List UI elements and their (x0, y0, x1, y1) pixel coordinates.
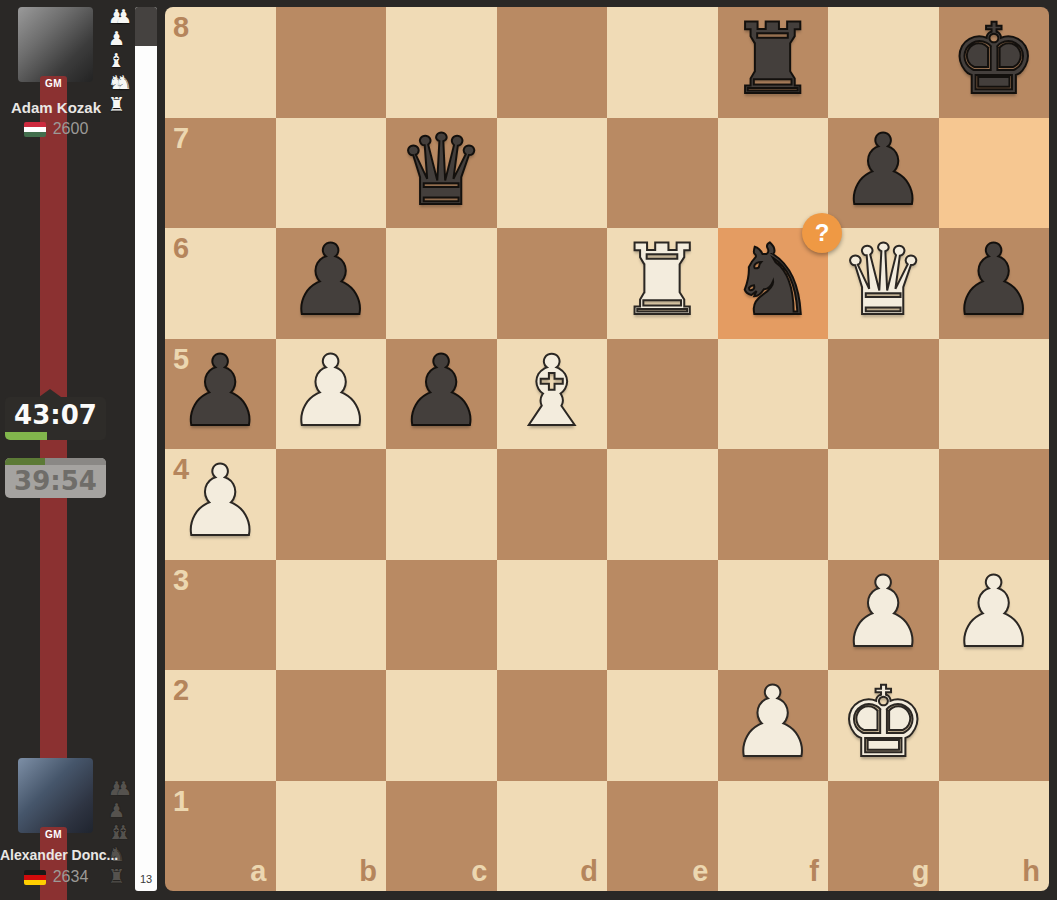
square-e6[interactable]: ♜ (607, 228, 718, 339)
square-a5[interactable]: 5♟ (165, 339, 276, 450)
piece-white-bishop[interactable]: ♝ (508, 342, 596, 440)
square-e1[interactable]: e (607, 781, 718, 892)
piece-black-pawn[interactable]: ♟ (839, 121, 927, 219)
captured-pawn-x2: ♟♟ (108, 778, 132, 799)
square-g3[interactable]: ♟ (828, 560, 939, 671)
square-a4[interactable]: 4♟ (165, 449, 276, 560)
piece-white-pawn[interactable]: ♟ (287, 342, 375, 440)
square-c7[interactable]: ♛ (386, 118, 497, 229)
eval-score: 13 (135, 873, 157, 885)
square-e5[interactable] (607, 339, 718, 450)
clock-progress-top (5, 432, 106, 440)
chess-board: 8♜♚7♛♟6♟♜♞♛♟5♟♟♟♝4♟3♟♟2♟♚1abcdefgh (165, 7, 1049, 891)
square-h5[interactable] (939, 339, 1050, 450)
player-rating-bottom: 2634 (53, 868, 89, 886)
square-c4[interactable] (386, 449, 497, 560)
square-f7[interactable] (718, 118, 829, 229)
square-f8[interactable]: ♜ (718, 7, 829, 118)
square-g4[interactable] (828, 449, 939, 560)
piece-black-pawn[interactable]: ♟ (287, 231, 375, 329)
square-f2[interactable]: ♟ (718, 670, 829, 781)
square-c6[interactable] (386, 228, 497, 339)
clock-top: 43:07 (5, 397, 106, 440)
square-f1[interactable]: f (718, 781, 829, 892)
square-c3[interactable] (386, 560, 497, 671)
square-h6[interactable]: ♟ (939, 228, 1050, 339)
piece-black-knight[interactable]: ♞ (729, 231, 817, 329)
coord-file-h: h (1022, 857, 1040, 886)
square-b5[interactable]: ♟ (276, 339, 387, 450)
square-b1[interactable]: b (276, 781, 387, 892)
square-h3[interactable]: ♟ (939, 560, 1050, 671)
clock-time-bottom: 39:54 (14, 466, 97, 496)
coord-rank-6: 6 (173, 234, 189, 263)
square-h1[interactable]: h (939, 781, 1050, 892)
player-name-bottom[interactable]: Alexander Donc... (0, 847, 112, 863)
square-d3[interactable] (497, 560, 608, 671)
square-b2[interactable] (276, 670, 387, 781)
piece-white-queen[interactable]: ♛ (839, 231, 927, 329)
square-h2[interactable] (939, 670, 1050, 781)
square-b6[interactable]: ♟ (276, 228, 387, 339)
hungary-flag-icon (24, 122, 46, 137)
square-d8[interactable] (497, 7, 608, 118)
captured-rook-x1: ♜ (108, 94, 132, 115)
eval-bar: 13 (135, 7, 157, 891)
square-f4[interactable] (718, 449, 829, 560)
square-e3[interactable] (607, 560, 718, 671)
square-e4[interactable] (607, 449, 718, 560)
square-c8[interactable] (386, 7, 497, 118)
eval-bar-black-portion (135, 7, 157, 46)
coord-rank-7: 7 (173, 124, 189, 153)
square-b8[interactable] (276, 7, 387, 118)
square-g8[interactable] (828, 7, 939, 118)
square-f3[interactable] (718, 560, 829, 671)
square-a7[interactable]: 7 (165, 118, 276, 229)
clock-active-notch (39, 389, 61, 397)
square-d4[interactable] (497, 449, 608, 560)
coord-file-g: g (912, 857, 930, 886)
coord-file-a: a (250, 857, 266, 886)
piece-black-king[interactable]: ♚ (950, 10, 1038, 108)
piece-white-pawn[interactable]: ♟ (729, 673, 817, 771)
piece-white-rook[interactable]: ♜ (618, 231, 706, 329)
square-d6[interactable] (497, 228, 608, 339)
captured-tray-top: ♟♟♟♝♞♞♜ (108, 6, 132, 115)
square-a8[interactable]: 8 (165, 7, 276, 118)
clock-progress-bottom (5, 458, 106, 465)
square-d2[interactable] (497, 670, 608, 781)
piece-black-queen[interactable]: ♛ (397, 121, 485, 219)
captured-pawn-x1: ♟ (108, 28, 132, 49)
coord-file-f: f (809, 857, 819, 886)
captured-bishop-x2: ♝♝ (108, 822, 132, 843)
square-h7[interactable] (939, 118, 1050, 229)
coord-file-b: b (359, 857, 377, 886)
coord-file-e: e (692, 857, 708, 886)
rating-row-top: 2600 (0, 120, 112, 138)
piece-white-pawn[interactable]: ♟ (176, 452, 264, 550)
title-badge-bottom: GM (40, 827, 67, 900)
chess-app: GM Adam Kozak 2600 ♟♟♟♝♞♞♜ ♟♟♟♝♝♞♜ 43:07… (0, 0, 1057, 900)
coord-rank-8: 8 (173, 13, 189, 42)
square-e7[interactable] (607, 118, 718, 229)
square-g5[interactable] (828, 339, 939, 450)
piece-black-rook[interactable]: ♜ (729, 10, 817, 108)
piece-white-king[interactable]: ♚ (839, 673, 927, 771)
square-e2[interactable] (607, 670, 718, 781)
square-c2[interactable] (386, 670, 497, 781)
player-rating-top: 2600 (53, 120, 89, 138)
square-b3[interactable] (276, 560, 387, 671)
square-a3[interactable]: 3 (165, 560, 276, 671)
germany-flag-icon (24, 870, 46, 885)
coord-file-d: d (580, 857, 598, 886)
rating-row-bottom: 2634 (0, 868, 112, 886)
square-e8[interactable] (607, 7, 718, 118)
player-name-top[interactable]: Adam Kozak (0, 99, 112, 116)
square-g2[interactable]: ♚ (828, 670, 939, 781)
square-a6[interactable]: 6 (165, 228, 276, 339)
square-b7[interactable] (276, 118, 387, 229)
captured-pawn-x2: ♟♟ (108, 6, 132, 27)
square-d1[interactable]: d (497, 781, 608, 892)
square-g6[interactable]: ♛ (828, 228, 939, 339)
square-a2[interactable]: 2 (165, 670, 276, 781)
coord-rank-3: 3 (173, 566, 189, 595)
square-c1[interactable]: c (386, 781, 497, 892)
mistake-badge: ? (802, 213, 842, 253)
coord-rank-2: 2 (173, 676, 189, 705)
captured-knight-x2: ♞♞ (108, 72, 132, 93)
piece-white-pawn[interactable]: ♟ (839, 563, 927, 661)
square-g7[interactable]: ♟ (828, 118, 939, 229)
square-f5[interactable] (718, 339, 829, 450)
mistake-symbol: ? (815, 219, 830, 247)
square-g1[interactable]: g (828, 781, 939, 892)
square-c5[interactable]: ♟ (386, 339, 497, 450)
player-avatar-top[interactable] (18, 7, 93, 82)
square-b4[interactable] (276, 449, 387, 560)
square-d5[interactable]: ♝ (497, 339, 608, 450)
square-d7[interactable] (497, 118, 608, 229)
coord-rank-1: 1 (173, 787, 189, 816)
clock-bottom: 39:54 (5, 458, 106, 498)
piece-black-pawn[interactable]: ♟ (950, 231, 1038, 329)
captured-pawn-x1: ♟ (108, 800, 132, 821)
piece-black-pawn[interactable]: ♟ (176, 342, 264, 440)
square-h8[interactable]: ♚ (939, 7, 1050, 118)
square-a1[interactable]: 1a (165, 781, 276, 892)
player-avatar-bottom[interactable] (18, 758, 93, 833)
piece-white-pawn[interactable]: ♟ (950, 563, 1038, 661)
captured-bishop-x1: ♝ (108, 50, 132, 71)
square-h4[interactable] (939, 449, 1050, 560)
piece-black-pawn[interactable]: ♟ (397, 342, 485, 440)
coord-file-c: c (471, 857, 487, 886)
clock-time-top: 43:07 (14, 400, 97, 430)
